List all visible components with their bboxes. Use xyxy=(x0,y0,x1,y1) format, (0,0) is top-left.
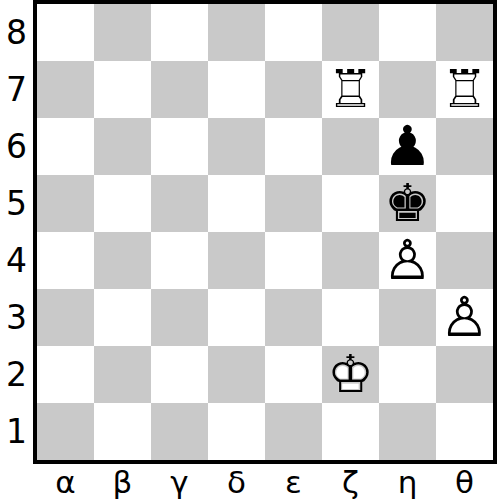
square-g4[interactable]: ♟♙ xyxy=(379,232,436,289)
square-a8[interactable] xyxy=(37,4,94,61)
file-labels: αβγδεζηθ xyxy=(37,464,493,502)
square-f2[interactable]: ♚♔ xyxy=(322,346,379,403)
square-e7[interactable] xyxy=(265,61,322,118)
white-piece-fill: ♟ xyxy=(379,232,436,289)
black-king[interactable]: ♚ xyxy=(379,175,436,232)
square-c2[interactable] xyxy=(151,346,208,403)
rank-label-5: 5 xyxy=(0,175,33,232)
square-g5[interactable]: ♚ xyxy=(379,175,436,232)
white-piece-fill: ♟ xyxy=(436,289,493,346)
square-h1[interactable] xyxy=(436,403,493,460)
square-e6[interactable] xyxy=(265,118,322,175)
white-piece-outline: ♖ xyxy=(322,61,379,118)
square-g1[interactable] xyxy=(379,403,436,460)
square-d6[interactable] xyxy=(208,118,265,175)
square-b8[interactable] xyxy=(94,4,151,61)
file-label-d: δ xyxy=(208,464,265,502)
square-c6[interactable] xyxy=(151,118,208,175)
rank-label-1: 1 xyxy=(0,403,33,460)
black-piece-glyph: ♟ xyxy=(379,118,436,175)
square-f7[interactable]: ♜♖ xyxy=(322,61,379,118)
white-pawn[interactable]: ♟♙ xyxy=(436,289,493,346)
square-b4[interactable] xyxy=(94,232,151,289)
rank-label-3: 3 xyxy=(0,289,33,346)
white-rook[interactable]: ♜♖ xyxy=(322,61,379,118)
square-f6[interactable] xyxy=(322,118,379,175)
rank-label-2: 2 xyxy=(0,346,33,403)
square-b2[interactable] xyxy=(94,346,151,403)
rank-label-4: 4 xyxy=(0,232,33,289)
square-h5[interactable] xyxy=(436,175,493,232)
square-h7[interactable]: ♜♖ xyxy=(436,61,493,118)
square-b3[interactable] xyxy=(94,289,151,346)
square-d2[interactable] xyxy=(208,346,265,403)
rank-labels: 87654321 xyxy=(0,4,33,460)
square-d4[interactable] xyxy=(208,232,265,289)
square-h8[interactable] xyxy=(436,4,493,61)
file-label-f: ζ xyxy=(322,464,379,502)
square-b6[interactable] xyxy=(94,118,151,175)
square-c8[interactable] xyxy=(151,4,208,61)
file-label-e: ε xyxy=(265,464,322,502)
square-d5[interactable] xyxy=(208,175,265,232)
rank-label-7: 7 xyxy=(0,61,33,118)
square-a7[interactable] xyxy=(37,61,94,118)
white-king[interactable]: ♚♔ xyxy=(322,346,379,403)
file-label-c: γ xyxy=(151,464,208,502)
rank-label-8: 8 xyxy=(0,4,33,61)
square-f3[interactable] xyxy=(322,289,379,346)
white-piece-fill: ♜ xyxy=(436,61,493,118)
square-b1[interactable] xyxy=(94,403,151,460)
square-b7[interactable] xyxy=(94,61,151,118)
square-f8[interactable] xyxy=(322,4,379,61)
square-g2[interactable] xyxy=(379,346,436,403)
square-h2[interactable] xyxy=(436,346,493,403)
square-h6[interactable] xyxy=(436,118,493,175)
square-a6[interactable] xyxy=(37,118,94,175)
square-e8[interactable] xyxy=(265,4,322,61)
square-a3[interactable] xyxy=(37,289,94,346)
white-piece-outline: ♙ xyxy=(436,289,493,346)
rank-label-6: 6 xyxy=(0,118,33,175)
square-e1[interactable] xyxy=(265,403,322,460)
white-pawn[interactable]: ♟♙ xyxy=(379,232,436,289)
square-d7[interactable] xyxy=(208,61,265,118)
square-f4[interactable] xyxy=(322,232,379,289)
square-a5[interactable] xyxy=(37,175,94,232)
white-piece-fill: ♚ xyxy=(322,346,379,403)
square-c1[interactable] xyxy=(151,403,208,460)
black-pawn[interactable]: ♟ xyxy=(379,118,436,175)
square-f1[interactable] xyxy=(322,403,379,460)
square-c3[interactable] xyxy=(151,289,208,346)
square-h4[interactable] xyxy=(436,232,493,289)
square-c4[interactable] xyxy=(151,232,208,289)
square-a1[interactable] xyxy=(37,403,94,460)
square-d3[interactable] xyxy=(208,289,265,346)
white-piece-outline: ♙ xyxy=(379,232,436,289)
square-a4[interactable] xyxy=(37,232,94,289)
square-e5[interactable] xyxy=(265,175,322,232)
square-a2[interactable] xyxy=(37,346,94,403)
white-piece-outline: ♔ xyxy=(322,346,379,403)
square-d1[interactable] xyxy=(208,403,265,460)
square-e3[interactable] xyxy=(265,289,322,346)
square-h3[interactable]: ♟♙ xyxy=(436,289,493,346)
square-d8[interactable] xyxy=(208,4,265,61)
square-e2[interactable] xyxy=(265,346,322,403)
black-piece-glyph: ♚ xyxy=(379,175,436,232)
white-piece-outline: ♖ xyxy=(436,61,493,118)
file-label-a: α xyxy=(37,464,94,502)
chess-board: ♜♖♜♖♟♚♟♙♟♙♚♔ xyxy=(33,0,497,464)
square-c7[interactable] xyxy=(151,61,208,118)
square-g3[interactable] xyxy=(379,289,436,346)
square-g6[interactable]: ♟ xyxy=(379,118,436,175)
square-g7[interactable] xyxy=(379,61,436,118)
square-c5[interactable] xyxy=(151,175,208,232)
white-piece-fill: ♜ xyxy=(322,61,379,118)
square-b5[interactable] xyxy=(94,175,151,232)
white-rook[interactable]: ♜♖ xyxy=(436,61,493,118)
square-f5[interactable] xyxy=(322,175,379,232)
chess-diagram: 87654321 ♜♖♜♖♟♚♟♙♟♙♚♔ αβγδεζηθ xyxy=(0,0,499,502)
square-g8[interactable] xyxy=(379,4,436,61)
file-label-g: η xyxy=(379,464,436,502)
file-label-b: β xyxy=(94,464,151,502)
square-e4[interactable] xyxy=(265,232,322,289)
file-label-h: θ xyxy=(436,464,493,502)
